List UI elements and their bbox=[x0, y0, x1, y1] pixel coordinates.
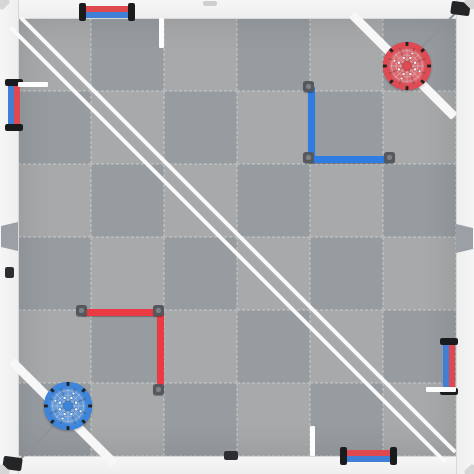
barrier-red-horizontal bbox=[81, 309, 161, 316]
barrier-blue-horizontal bbox=[308, 156, 389, 163]
barrier-blue-connector-3 bbox=[384, 152, 395, 163]
roller-top bbox=[82, 6, 132, 18]
tape-line-left bbox=[18, 82, 48, 87]
wall-gate-right bbox=[456, 224, 473, 253]
vex-spin-up-field bbox=[0, 0, 474, 474]
corner-foot-nw bbox=[0, 0, 10, 10]
barrier-red-vertical bbox=[157, 309, 164, 388]
wall-gate-left bbox=[1, 222, 18, 251]
barrier-red-connector-3 bbox=[153, 384, 164, 395]
wall-latch-left bbox=[5, 267, 14, 278]
wall-mark-top bbox=[203, 1, 217, 6]
roller-bottom bbox=[343, 450, 394, 462]
field-elements-layer bbox=[0, 0, 474, 474]
tape-line-top bbox=[159, 18, 164, 48]
barrier-blue-vertical bbox=[308, 86, 315, 161]
high-goal-blue bbox=[42, 380, 94, 432]
barrier-red-connector-1 bbox=[76, 305, 87, 316]
barrier-blue-connector-1 bbox=[303, 81, 314, 92]
tape-line-right bbox=[426, 387, 456, 392]
roller-right bbox=[443, 341, 455, 392]
barrier-red-connector-2 bbox=[153, 305, 164, 316]
barrier-blue-connector-2 bbox=[303, 152, 314, 163]
tape-line-bottom bbox=[310, 426, 315, 456]
corner-foot-se bbox=[464, 464, 474, 474]
high-goal-red bbox=[381, 40, 433, 92]
wall-bracket-bottom bbox=[224, 451, 238, 460]
roller-left bbox=[8, 82, 20, 128]
